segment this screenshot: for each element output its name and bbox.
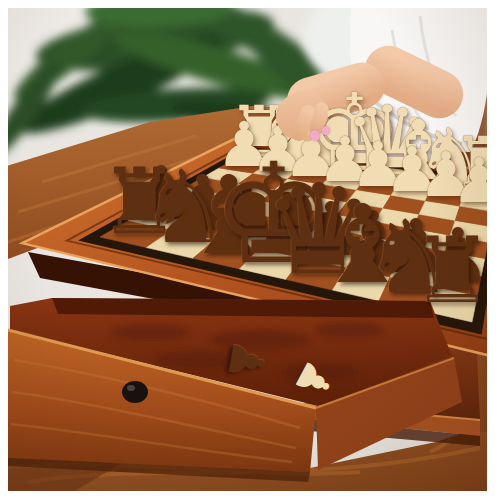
- knob-highlight: [127, 385, 135, 391]
- photo-border-left: [0, 0, 8, 500]
- photo-border-bottom: [0, 491, 500, 500]
- fingernail-2: [322, 126, 330, 135]
- chess-set-product-photo: ♜♞♝♛♚♝♞♜♟♟♟♟♟♟♟♟♟♟♟♟♟♟♟♟♜♞♝♛♚♝♞♜♟♟: [0, 0, 500, 500]
- fingernail: [310, 130, 320, 141]
- photo-border-top: [0, 0, 500, 8]
- drawer-knob: [122, 381, 148, 403]
- photo-border-right: [487, 0, 500, 500]
